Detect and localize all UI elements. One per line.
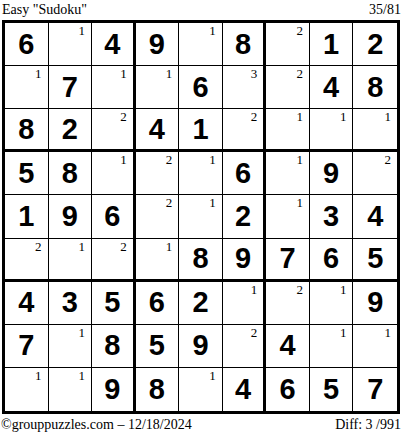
cell-value: 1 <box>323 30 339 59</box>
sudoku-cell[interactable]: 6 <box>92 195 136 238</box>
cell-mark: 1 <box>166 66 173 81</box>
sudoku-cell[interactable]: 7 <box>353 368 397 411</box>
sudoku-cell[interactable]: 2 <box>136 195 180 238</box>
sudoku-cell[interactable]: 1 <box>49 239 93 282</box>
sudoku-cell[interactable]: 2 <box>353 152 397 195</box>
sudoku-cell[interactable]: 7 <box>5 325 49 368</box>
sudoku-cell[interactable]: 5 <box>92 282 136 325</box>
cell-value: 8 <box>62 159 78 188</box>
cell-mark: 1 <box>209 23 216 38</box>
sudoku-cell[interactable]: 3 <box>310 195 354 238</box>
cell-mark: 1 <box>166 239 173 254</box>
cell-value: 5 <box>149 331 165 360</box>
sudoku-cell[interactable]: 4 <box>353 195 397 238</box>
cell-value: 3 <box>62 288 78 317</box>
sudoku-cell[interactable]: 1 <box>310 23 354 66</box>
sudoku-cell[interactable]: 7 <box>49 66 93 109</box>
cell-value: 7 <box>280 244 296 273</box>
cell-mark: 1 <box>340 282 347 297</box>
cell-mark: 2 <box>296 23 303 38</box>
sudoku-cell[interactable]: 1 <box>136 239 180 282</box>
sudoku-cell[interactable]: 1 <box>179 109 223 152</box>
sudoku-cell[interactable]: 4 <box>136 109 180 152</box>
cell-value: 1 <box>18 202 34 231</box>
sudoku-cell[interactable]: 8 <box>5 109 49 152</box>
cell-mark: 2 <box>296 282 303 297</box>
sudoku-cell[interactable]: 1 <box>92 152 136 195</box>
sudoku-cell[interactable]: 9 <box>353 282 397 325</box>
cell-value: 5 <box>104 288 120 317</box>
cell-mark: 1 <box>120 152 127 167</box>
cell-value: 4 <box>280 331 296 360</box>
page-header: Easy "Sudoku" 35/81 <box>0 0 402 18</box>
cell-mark: 1 <box>209 368 216 383</box>
page-title: Easy "Sudoku" <box>2 1 87 18</box>
cell-mark: 1 <box>385 109 392 124</box>
cell-value: 4 <box>18 288 34 317</box>
cell-value: 8 <box>367 73 383 102</box>
sudoku-cell[interactable]: 1 <box>266 152 310 195</box>
cell-value: 6 <box>149 288 165 317</box>
sudoku-cell[interactable]: 1 <box>266 195 310 238</box>
sudoku-cell[interactable]: 2 <box>5 239 49 282</box>
cell-value: 7 <box>367 375 383 404</box>
cell-value: 3 <box>323 202 339 231</box>
sudoku-cell[interactable]: 9 <box>223 239 267 282</box>
cell-value: 2 <box>235 202 251 231</box>
cell-value: 5 <box>367 244 383 273</box>
cell-value: 2 <box>367 30 383 59</box>
sudoku-cell[interactable]: 1 <box>179 368 223 411</box>
cell-mark: 1 <box>79 325 86 340</box>
sudoku-cell[interactable]: 1 <box>92 66 136 109</box>
sudoku-cell[interactable]: 1 <box>223 282 267 325</box>
sudoku-cell[interactable]: 1 <box>179 195 223 238</box>
sudoku-cell[interactable]: 5 <box>5 152 49 195</box>
cell-value: 4 <box>235 375 251 404</box>
cell-mark: 2 <box>251 325 258 340</box>
cell-value: 8 <box>149 375 165 404</box>
sudoku-cell[interactable]: 1 <box>49 23 93 66</box>
sudoku-cell[interactable]: 1 <box>179 23 223 66</box>
cell-mark: 2 <box>166 152 173 167</box>
cell-mark: 1 <box>296 152 303 167</box>
cell-mark: 1 <box>340 325 347 340</box>
sudoku-board: 6149182121711632488224121115812161921962… <box>2 20 400 414</box>
cell-mark: 1 <box>79 368 86 383</box>
sudoku-cell[interactable]: 2 <box>266 282 310 325</box>
sudoku-cell[interactable]: 6 <box>5 23 49 66</box>
cell-value: 6 <box>104 202 120 231</box>
sudoku-cell[interactable]: 9 <box>49 195 93 238</box>
cell-mark: 2 <box>166 195 173 210</box>
sudoku-cell[interactable]: 7 <box>266 239 310 282</box>
sudoku-cell[interactable]: 5 <box>353 239 397 282</box>
cell-value: 9 <box>192 331 208 360</box>
cell-mark: 3 <box>251 66 258 81</box>
cell-value: 4 <box>323 73 339 102</box>
sudoku-cell[interactable]: 1 <box>310 325 354 368</box>
sudoku-cell[interactable]: 8 <box>92 325 136 368</box>
cell-mark: 1 <box>209 195 216 210</box>
sudoku-cell[interactable]: 5 <box>136 325 180 368</box>
cell-value: 7 <box>62 73 78 102</box>
sudoku-cell[interactable]: 3 <box>223 66 267 109</box>
sudoku-cell[interactable]: 1 <box>266 109 310 152</box>
sudoku-cell[interactable]: 6 <box>266 368 310 411</box>
sudoku-cell[interactable]: 1 <box>179 152 223 195</box>
cell-value: 1 <box>192 115 208 144</box>
cell-value: 5 <box>323 375 339 404</box>
cell-value: 5 <box>18 159 34 188</box>
sudoku-cell[interactable]: 1 <box>49 325 93 368</box>
sudoku-cell[interactable]: 1 <box>5 66 49 109</box>
cell-mark: 1 <box>209 152 216 167</box>
sudoku-cell[interactable]: 9 <box>136 23 180 66</box>
sudoku-cell[interactable]: 1 <box>310 109 354 152</box>
sudoku-cell[interactable]: 4 <box>266 325 310 368</box>
cell-value: 4 <box>104 30 120 59</box>
sudoku-cell[interactable]: 2 <box>92 239 136 282</box>
sudoku-cell[interactable]: 1 <box>5 368 49 411</box>
cell-value: 8 <box>235 30 251 59</box>
cell-mark: 1 <box>35 66 42 81</box>
sudoku-cell[interactable]: 8 <box>179 239 223 282</box>
sudoku-cell[interactable]: 4 <box>92 23 136 66</box>
cell-value: 6 <box>18 30 34 59</box>
sudoku-cell[interactable]: 6 <box>310 239 354 282</box>
sudoku-cell[interactable]: 3 <box>49 282 93 325</box>
sudoku-cell[interactable]: 4 <box>5 282 49 325</box>
sudoku-cell[interactable]: 1 <box>136 66 180 109</box>
cell-value: 9 <box>149 30 165 59</box>
sudoku-cell[interactable]: 6 <box>136 282 180 325</box>
cell-value: 9 <box>235 244 251 273</box>
cell-mark: 2 <box>251 109 258 124</box>
sudoku-cell[interactable]: 2 <box>179 282 223 325</box>
sudoku-cell[interactable]: 8 <box>136 368 180 411</box>
cell-mark: 1 <box>296 195 303 210</box>
cell-mark: 1 <box>79 239 86 254</box>
cell-mark: 1 <box>35 368 42 383</box>
sudoku-cell[interactable]: 2 <box>223 195 267 238</box>
sudoku-cell[interactable]: 8 <box>223 23 267 66</box>
sudoku-cell[interactable]: 6 <box>223 152 267 195</box>
sudoku-cell[interactable]: 1 <box>353 325 397 368</box>
cell-value: 2 <box>192 288 208 317</box>
cell-mark: 1 <box>340 109 347 124</box>
cell-value: 9 <box>104 375 120 404</box>
sudoku-cell[interactable]: 2 <box>353 23 397 66</box>
cell-value: 9 <box>367 288 383 317</box>
footer-difficulty: Diff: 3 /991 <box>335 416 401 433</box>
cell-mark: 2 <box>296 66 303 81</box>
sudoku-cell[interactable]: 8 <box>49 152 93 195</box>
sudoku-cell[interactable]: 2 <box>266 23 310 66</box>
cell-mark: 2 <box>120 109 127 124</box>
sudoku-cell[interactable]: 9 <box>179 325 223 368</box>
cell-mark: 2 <box>120 239 127 254</box>
cell-value: 4 <box>149 115 165 144</box>
cell-mark: 1 <box>296 109 303 124</box>
cell-value: 9 <box>62 202 78 231</box>
cell-mark: 1 <box>251 282 258 297</box>
cell-value: 9 <box>323 159 339 188</box>
page-footer: ©grouppuzzles.com – 12/18/2024 Diff: 3 /… <box>0 416 402 433</box>
cell-mark: 1 <box>79 23 86 38</box>
cell-value: 6 <box>280 375 296 404</box>
sudoku-cell[interactable]: 5 <box>310 368 354 411</box>
cell-value: 6 <box>235 159 251 188</box>
sudoku-cell[interactable]: 9 <box>92 368 136 411</box>
cell-value: 6 <box>192 73 208 102</box>
sudoku-cell[interactable]: 4 <box>223 368 267 411</box>
sudoku-cell[interactable]: 2 <box>223 325 267 368</box>
cell-value: 7 <box>18 331 34 360</box>
sudoku-cell[interactable]: 8 <box>353 66 397 109</box>
sudoku-cell[interactable]: 1 <box>310 282 354 325</box>
sudoku-cell[interactable]: 2 <box>266 66 310 109</box>
sudoku-cell[interactable]: 6 <box>179 66 223 109</box>
sudoku-cell[interactable]: 2 <box>49 109 93 152</box>
sudoku-cell[interactable]: 1 <box>49 368 93 411</box>
cell-mark: 1 <box>385 325 392 340</box>
cell-value: 4 <box>367 202 383 231</box>
sudoku-cell[interactable]: 2 <box>92 109 136 152</box>
cell-value: 2 <box>62 115 78 144</box>
cell-value: 8 <box>104 331 120 360</box>
sudoku-cell[interactable]: 1 <box>5 195 49 238</box>
cell-mark: 2 <box>385 152 392 167</box>
sudoku-cell[interactable]: 9 <box>310 152 354 195</box>
cell-mark: 1 <box>120 66 127 81</box>
sudoku-cell[interactable]: 2 <box>223 109 267 152</box>
givens-counter: 35/81 <box>369 1 401 18</box>
sudoku-cell[interactable]: 4 <box>310 66 354 109</box>
cell-value: 6 <box>323 244 339 273</box>
sudoku-cell[interactable]: 1 <box>353 109 397 152</box>
cell-mark: 2 <box>35 239 42 254</box>
cell-value: 8 <box>18 115 34 144</box>
footer-copyright: ©grouppuzzles.com – 12/18/2024 <box>1 416 192 433</box>
sudoku-cell[interactable]: 2 <box>136 152 180 195</box>
cell-value: 8 <box>192 244 208 273</box>
